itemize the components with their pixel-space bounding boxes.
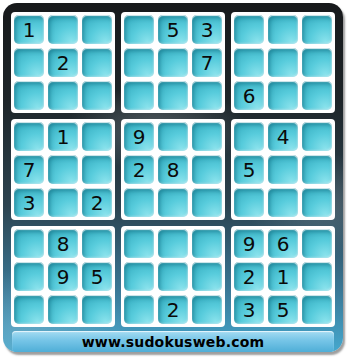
cell-r9c6[interactable] [192,295,222,324]
cell-r6c1[interactable]: 3 [14,188,44,217]
cell-r2c6[interactable]: 7 [192,48,222,77]
cell-r4c7[interactable] [234,122,264,151]
cell-r3c7[interactable]: 6 [234,81,264,110]
cell-r7c3[interactable] [82,229,112,258]
board-frame: 1253761732928458952962135 www.sudokusweb… [3,3,343,352]
cell-r7c8[interactable]: 6 [268,229,298,258]
box-2-2: 928 [121,119,225,220]
cell-r5c8[interactable] [268,155,298,184]
cell-r5c6[interactable] [192,155,222,184]
site-footer: www.sudokusweb.com [12,331,334,352]
cell-r8c9[interactable] [302,262,332,291]
box-3-1: 895 [11,226,115,327]
cell-r4c2[interactable]: 1 [48,122,78,151]
cell-r1c2[interactable] [48,15,78,44]
cell-r1c3[interactable] [82,15,112,44]
cell-r8c1[interactable] [14,262,44,291]
cell-r4c3[interactable] [82,122,112,151]
cell-r5c4[interactable]: 2 [124,155,154,184]
cell-r9c3[interactable] [82,295,112,324]
cell-r2c9[interactable] [302,48,332,77]
cell-r7c7[interactable]: 9 [234,229,264,258]
cell-r5c1[interactable]: 7 [14,155,44,184]
cell-r6c9[interactable] [302,188,332,217]
cell-r6c3[interactable]: 2 [82,188,112,217]
cell-r9c1[interactable] [14,295,44,324]
cell-r5c9[interactable] [302,155,332,184]
cell-r4c6[interactable] [192,122,222,151]
cell-r4c4[interactable]: 9 [124,122,154,151]
cell-r9c5[interactable]: 2 [158,295,188,324]
cell-r2c3[interactable] [82,48,112,77]
cell-r2c2[interactable]: 2 [48,48,78,77]
box-2-1: 1732 [11,119,115,220]
cell-r1c7[interactable] [234,15,264,44]
cell-r8c2[interactable]: 9 [48,262,78,291]
cell-r8c6[interactable] [192,262,222,291]
cell-r3c9[interactable] [302,81,332,110]
cell-r2c8[interactable] [268,48,298,77]
cell-r6c2[interactable] [48,188,78,217]
cell-r4c9[interactable] [302,122,332,151]
box-1-2: 537 [121,12,225,113]
cell-r8c5[interactable] [158,262,188,291]
cell-r9c2[interactable] [48,295,78,324]
cell-r4c5[interactable] [158,122,188,151]
cell-r7c4[interactable] [124,229,154,258]
cell-r3c2[interactable] [48,81,78,110]
cell-r1c1[interactable]: 1 [14,15,44,44]
cell-r5c5[interactable]: 8 [158,155,188,184]
cell-r2c5[interactable] [158,48,188,77]
cell-r6c6[interactable] [192,188,222,217]
cell-r8c7[interactable]: 2 [234,262,264,291]
cell-r8c4[interactable] [124,262,154,291]
cell-r9c7[interactable]: 3 [234,295,264,324]
cell-r3c4[interactable] [124,81,154,110]
cell-r8c3[interactable]: 5 [82,262,112,291]
cell-r4c1[interactable] [14,122,44,151]
box-1-3: 6 [231,12,335,113]
box-3-2: 2 [121,226,225,327]
cell-r4c8[interactable]: 4 [268,122,298,151]
cell-r9c8[interactable]: 5 [268,295,298,324]
cell-r7c1[interactable] [14,229,44,258]
cell-r7c5[interactable] [158,229,188,258]
cell-r2c4[interactable] [124,48,154,77]
cell-r7c2[interactable]: 8 [48,229,78,258]
cell-r7c9[interactable] [302,229,332,258]
cell-r3c6[interactable] [192,81,222,110]
cell-r2c1[interactable] [14,48,44,77]
cell-r5c7[interactable]: 5 [234,155,264,184]
cell-r1c5[interactable]: 5 [158,15,188,44]
cell-r8c8[interactable]: 1 [268,262,298,291]
cell-r1c6[interactable]: 3 [192,15,222,44]
cell-r6c4[interactable] [124,188,154,217]
cell-r9c4[interactable] [124,295,154,324]
site-url: www.sudokusweb.com [82,334,265,350]
cell-r6c5[interactable] [158,188,188,217]
cell-r9c9[interactable] [302,295,332,324]
cell-r6c8[interactable] [268,188,298,217]
cell-r5c3[interactable] [82,155,112,184]
cell-r6c7[interactable] [234,188,264,217]
cell-r2c7[interactable] [234,48,264,77]
cell-r3c8[interactable] [268,81,298,110]
box-1-1: 12 [11,12,115,113]
cell-r1c4[interactable] [124,15,154,44]
cell-r3c1[interactable] [14,81,44,110]
cell-r1c9[interactable] [302,15,332,44]
cell-r3c3[interactable] [82,81,112,110]
sudoku-board: 1253761732928458952962135 [11,12,335,327]
cell-r1c8[interactable] [268,15,298,44]
box-2-3: 45 [231,119,335,220]
box-3-3: 962135 [231,226,335,327]
cell-r3c5[interactable] [158,81,188,110]
sudoku-widget: 1253761732928458952962135 www.sudokusweb… [0,0,350,360]
cell-r7c6[interactable] [192,229,222,258]
cell-r5c2[interactable] [48,155,78,184]
